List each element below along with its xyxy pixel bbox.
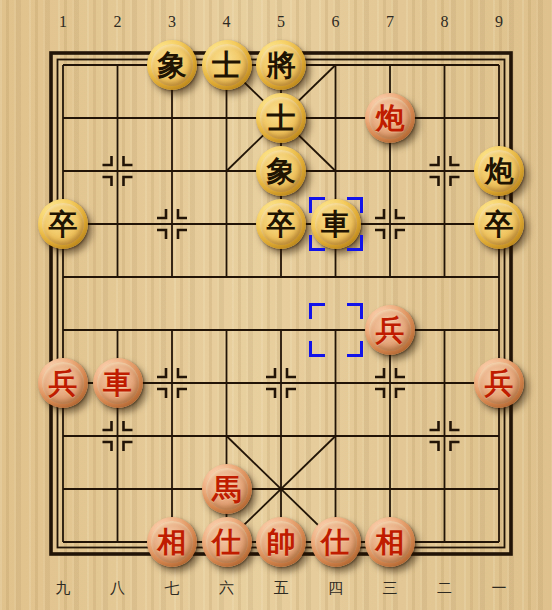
red-chariot-glyph: 車 <box>103 369 132 398</box>
black-soldier[interactable]: 卒 <box>474 199 524 249</box>
black-soldier-glyph: 卒 <box>267 210 296 239</box>
black-elephant[interactable]: 象 <box>256 146 306 196</box>
red-elephant[interactable]: 相 <box>147 517 197 567</box>
red-advisor-glyph: 仕 <box>321 528 350 557</box>
file-label-bottom: 七 <box>159 579 185 597</box>
black-elephant-glyph: 象 <box>267 157 296 186</box>
red-soldier-glyph: 兵 <box>485 369 514 398</box>
black-general-glyph: 將 <box>267 51 296 80</box>
red-elephant-glyph: 相 <box>376 528 405 557</box>
black-advisor-glyph: 士 <box>267 104 296 133</box>
black-elephant[interactable]: 象 <box>147 40 197 90</box>
black-chariot-glyph: 車 <box>321 210 350 239</box>
red-chariot[interactable]: 車 <box>93 358 143 408</box>
black-soldier[interactable]: 卒 <box>256 199 306 249</box>
file-label-bottom: 一 <box>486 579 512 597</box>
red-advisor-glyph: 仕 <box>212 528 241 557</box>
red-soldier-face: 兵 <box>42 362 84 404</box>
black-advisor-face: 士 <box>206 44 248 86</box>
black-elephant-face: 象 <box>151 44 193 86</box>
file-label-top: 9 <box>486 13 512 31</box>
black-advisor[interactable]: 士 <box>202 40 252 90</box>
file-label-top: 1 <box>50 13 76 31</box>
red-general-glyph: 帥 <box>267 528 296 557</box>
black-chariot-face: 車 <box>315 203 357 245</box>
red-advisor[interactable]: 仕 <box>311 517 361 567</box>
black-advisor-glyph: 士 <box>212 51 241 80</box>
black-cannon-glyph: 炮 <box>485 157 514 186</box>
black-advisor-face: 士 <box>260 97 302 139</box>
file-label-bottom: 二 <box>432 579 458 597</box>
black-chariot[interactable]: 車 <box>311 199 361 249</box>
black-soldier-face: 卒 <box>42 203 84 245</box>
file-label-top: 7 <box>377 13 403 31</box>
black-elephant-face: 象 <box>260 150 302 192</box>
file-label-top: 2 <box>105 13 131 31</box>
xiangqi-board[interactable]: 123456789 九八七六五四三二一 象士將士炮象炮卒卒車卒兵兵車兵馬相仕帥仕… <box>0 0 552 610</box>
file-label-bottom: 八 <box>105 579 131 597</box>
red-cannon-glyph: 炮 <box>376 104 405 133</box>
red-soldier[interactable]: 兵 <box>38 358 88 408</box>
file-label-top: 6 <box>323 13 349 31</box>
file-label-top: 4 <box>214 13 240 31</box>
black-advisor[interactable]: 士 <box>256 93 306 143</box>
red-cannon[interactable]: 炮 <box>365 93 415 143</box>
red-soldier-face: 兵 <box>369 309 411 351</box>
red-soldier-glyph: 兵 <box>376 316 405 345</box>
red-soldier[interactable]: 兵 <box>365 305 415 355</box>
red-general[interactable]: 帥 <box>256 517 306 567</box>
black-soldier[interactable]: 卒 <box>38 199 88 249</box>
red-soldier[interactable]: 兵 <box>474 358 524 408</box>
file-label-bottom: 六 <box>214 579 240 597</box>
black-cannon[interactable]: 炮 <box>474 146 524 196</box>
file-label-bottom: 九 <box>50 579 76 597</box>
red-chariot-face: 車 <box>97 362 139 404</box>
black-elephant-glyph: 象 <box>158 51 187 80</box>
red-cannon-face: 炮 <box>369 97 411 139</box>
red-soldier-glyph: 兵 <box>49 369 78 398</box>
black-general[interactable]: 將 <box>256 40 306 90</box>
red-general-face: 帥 <box>260 521 302 563</box>
red-advisor[interactable]: 仕 <box>202 517 252 567</box>
red-advisor-face: 仕 <box>315 521 357 563</box>
black-cannon-face: 炮 <box>478 150 520 192</box>
black-soldier-face: 卒 <box>260 203 302 245</box>
file-label-bottom: 五 <box>268 579 294 597</box>
black-soldier-glyph: 卒 <box>49 210 78 239</box>
red-elephant-face: 相 <box>151 521 193 563</box>
red-horse-face: 馬 <box>206 468 248 510</box>
file-label-bottom: 三 <box>377 579 403 597</box>
black-soldier-face: 卒 <box>478 203 520 245</box>
red-elephant-glyph: 相 <box>158 528 187 557</box>
file-label-top: 3 <box>159 13 185 31</box>
red-horse-glyph: 馬 <box>212 475 241 504</box>
red-horse[interactable]: 馬 <box>202 464 252 514</box>
red-elephant-face: 相 <box>369 521 411 563</box>
red-soldier-face: 兵 <box>478 362 520 404</box>
black-soldier-glyph: 卒 <box>485 210 514 239</box>
red-elephant[interactable]: 相 <box>365 517 415 567</box>
file-label-top: 5 <box>268 13 294 31</box>
red-advisor-face: 仕 <box>206 521 248 563</box>
black-general-face: 將 <box>260 44 302 86</box>
file-label-bottom: 四 <box>323 579 349 597</box>
file-label-top: 8 <box>432 13 458 31</box>
